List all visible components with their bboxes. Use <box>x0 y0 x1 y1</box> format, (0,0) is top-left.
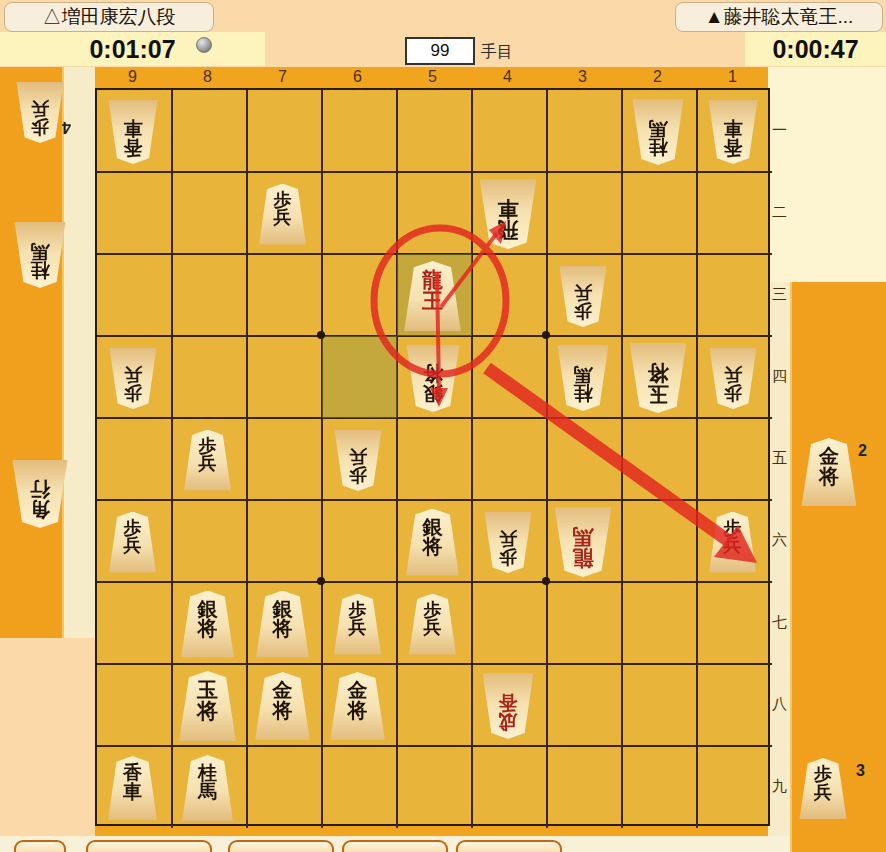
piece-kanji: 角 <box>30 499 50 519</box>
sente-player-nameplate[interactable]: ▲藤井聡太竜王... <box>675 2 883 32</box>
piece-kanji: 兵 <box>499 529 517 547</box>
file-label: 8 <box>170 68 245 86</box>
piece-kanji: 将 <box>423 363 443 383</box>
piece-kanji: 歩 <box>124 383 142 401</box>
rank-label: 五 <box>770 449 789 468</box>
piece-kanji: 将 <box>197 701 218 722</box>
toolbar-button[interactable] <box>86 840 212 852</box>
piece-kanji: 将 <box>423 537 443 557</box>
piece-kanji: 兵 <box>124 537 142 555</box>
toolbar-button[interactable] <box>342 840 448 852</box>
piece-kanji: 将 <box>647 363 668 384</box>
rank-label: 九 <box>770 777 789 796</box>
rank-label: 四 <box>770 367 789 386</box>
toolbar-button[interactable] <box>228 840 334 852</box>
piece-kanji: 成 <box>498 711 517 730</box>
piece-kanji: 歩 <box>814 766 832 784</box>
piece-kanji: 金 <box>348 681 368 701</box>
sente-clock: 0:00:47 <box>745 32 886 66</box>
piece-kanji: 歩 <box>349 465 367 483</box>
piece-kanji: 兵 <box>31 100 49 118</box>
piece-kanji: 香 <box>723 137 742 156</box>
piece-kanji: 将 <box>273 701 293 721</box>
piece-kanji: 香 <box>123 137 142 156</box>
toolbar-button[interactable] <box>14 840 66 852</box>
file-label: 6 <box>320 68 395 86</box>
right-upper-panel <box>768 67 886 282</box>
rank-label: 二 <box>770 203 789 222</box>
move-number-label: 手目 <box>481 42 513 63</box>
piece-kanji: 将 <box>348 701 368 721</box>
rank-label: 三 <box>770 285 789 304</box>
sente-hand-count: 3 <box>856 762 865 780</box>
piece-kanji: 行 <box>30 480 50 500</box>
piece-kanji: 兵 <box>199 455 217 473</box>
piece-kanji: 香 <box>123 764 142 783</box>
piece-kanji: 馬 <box>572 527 593 548</box>
star-point <box>542 577 550 585</box>
file-label: 9 <box>95 68 170 86</box>
status-indicator-ball <box>196 37 212 53</box>
rank-label: 六 <box>770 531 789 550</box>
piece-kanji: 金 <box>819 447 839 467</box>
piece-kanji: 歩 <box>499 547 517 565</box>
piece-kanji: 桂 <box>198 764 217 783</box>
piece-kanji: 兵 <box>349 447 367 465</box>
rank-label: 七 <box>770 613 789 632</box>
gote-hand-count: 4 <box>62 118 71 136</box>
move-number-input[interactable]: 99 <box>405 37 475 65</box>
file-label: 4 <box>470 68 545 86</box>
piece-kanji: 将 <box>198 619 218 639</box>
piece-kanji: 金 <box>273 681 293 701</box>
highlight-square-64 <box>322 336 397 418</box>
star-point <box>542 331 550 339</box>
left-divider-strip <box>64 67 95 638</box>
gote-hand-tray <box>0 67 64 638</box>
sente-hand-count: 2 <box>858 442 867 460</box>
piece-kanji: 馬 <box>198 783 217 802</box>
piece-kanji: 王 <box>422 291 443 312</box>
piece-kanji: 龍 <box>572 547 593 568</box>
piece-kanji: 兵 <box>424 619 442 637</box>
piece-kanji: 歩 <box>724 383 742 401</box>
piece-kanji: 兵 <box>349 619 367 637</box>
piece-kanji: 兵 <box>724 537 742 555</box>
piece-kanji: 玉 <box>197 680 218 701</box>
piece-kanji: 車 <box>123 119 142 138</box>
piece-kanji: 銀 <box>423 383 443 403</box>
file-label: 2 <box>620 68 695 86</box>
piece-kanji: 桂 <box>573 383 592 402</box>
piece-kanji: 香 <box>498 693 517 712</box>
piece-kanji: 飛 <box>497 219 518 240</box>
piece-kanji: 桂 <box>31 260 50 279</box>
piece-kanji: 将 <box>273 619 293 639</box>
piece-kanji: 馬 <box>573 365 592 384</box>
piece-kanji: 車 <box>123 783 142 802</box>
rank-label: 一 <box>770 121 789 140</box>
piece-kanji: 兵 <box>124 365 142 383</box>
piece-kanji: 桂 <box>648 137 667 156</box>
gote-clock: 0:01:07 <box>0 32 265 66</box>
piece-kanji: 歩 <box>574 301 592 319</box>
piece-kanji: 兵 <box>574 283 592 301</box>
piece-kanji: 車 <box>723 119 742 138</box>
piece-kanji: 玉 <box>647 383 668 404</box>
file-label: 1 <box>695 68 770 86</box>
file-label: 3 <box>545 68 620 86</box>
piece-kanji: 将 <box>819 467 839 487</box>
piece-kanji: 車 <box>497 199 518 220</box>
gote-player-nameplate[interactable]: △増田康宏八段 <box>4 2 214 32</box>
piece-kanji: 龍 <box>422 270 443 291</box>
piece-kanji: 兵 <box>274 209 292 227</box>
star-point <box>317 577 325 585</box>
piece-kanji: 兵 <box>814 784 832 802</box>
piece-kanji: 馬 <box>31 242 50 261</box>
file-label: 5 <box>395 68 470 86</box>
star-point <box>317 331 325 339</box>
toolbar-button[interactable] <box>456 840 562 852</box>
rank-label: 八 <box>770 695 789 714</box>
file-label: 7 <box>245 68 320 86</box>
piece-kanji: 兵 <box>724 365 742 383</box>
piece-kanji: 馬 <box>648 119 667 138</box>
piece-kanji: 歩 <box>31 117 49 135</box>
